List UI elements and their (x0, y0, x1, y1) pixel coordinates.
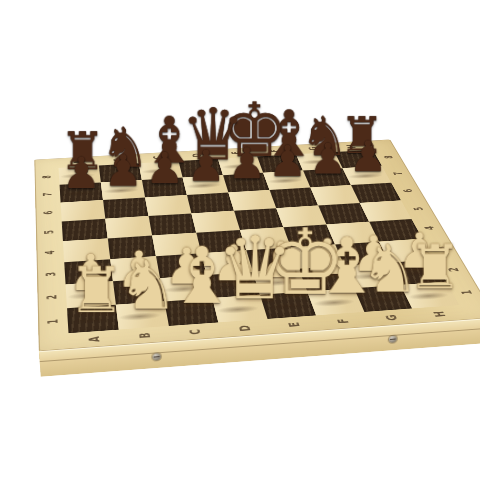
file-label-back-b: B (105, 151, 131, 168)
rank-label-right-4: 4 (412, 218, 449, 239)
chessboard-plane: AABBCCDDEEFFGGHH8877665544332211♜♞♝♛♚♝♞♜… (34, 140, 480, 352)
rank-label-left-8: 8 (35, 168, 60, 186)
file-label-back-a: A (66, 154, 91, 172)
chess-set-product-photo: AABBCCDDEEFFGGHH8877665544332211♜♞♝♛♚♝♞♜… (0, 0, 480, 480)
rank-label-left-7: 7 (35, 185, 61, 204)
rank-label-right-5: 5 (401, 199, 436, 219)
file-label-back-e: E (222, 145, 250, 162)
file-label-front-c: C (178, 319, 213, 347)
rank-label-left-4: 4 (36, 242, 64, 265)
square-c6 (145, 195, 191, 216)
square-a5 (62, 219, 108, 242)
rank-label-left-2: 2 (37, 285, 67, 311)
file-label-front-b: B (128, 322, 162, 350)
file-label-front-a: A (78, 326, 110, 354)
rank-label-left-5: 5 (36, 222, 63, 244)
square-d5 (191, 211, 240, 233)
rank-label-left-6: 6 (35, 203, 61, 223)
square-f6 (270, 188, 319, 209)
screw-icon (389, 336, 397, 343)
square-b5 (105, 216, 152, 238)
file-label-back-d: D (183, 147, 211, 164)
screw-icon (152, 354, 160, 361)
file-label-back-f: F (260, 143, 289, 160)
square-c5 (149, 214, 197, 236)
rank-label-left-1: 1 (38, 309, 69, 336)
file-label-back-c: C (144, 149, 171, 166)
rank-label-left-3: 3 (37, 263, 66, 287)
